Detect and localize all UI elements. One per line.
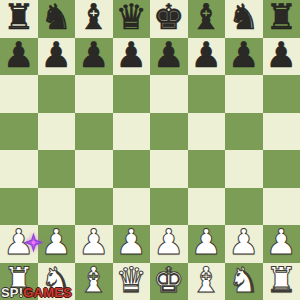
piece-white-rook[interactable]: ♜ bbox=[3, 263, 34, 298]
square-c6[interactable] bbox=[75, 75, 113, 113]
piece-black-pawn[interactable]: ♟ bbox=[78, 38, 109, 73]
piece-white-bishop[interactable]: ♝ bbox=[191, 263, 222, 298]
piece-white-pawn[interactable]: ♟ bbox=[78, 225, 109, 260]
square-a8[interactable]: ♜ bbox=[0, 0, 38, 38]
square-b6[interactable] bbox=[38, 75, 76, 113]
square-c8[interactable]: ♝ bbox=[75, 0, 113, 38]
piece-black-bishop[interactable]: ♝ bbox=[191, 0, 222, 35]
piece-black-pawn[interactable]: ♟ bbox=[3, 38, 34, 73]
piece-black-rook[interactable]: ♜ bbox=[266, 0, 297, 35]
square-b4[interactable] bbox=[38, 150, 76, 188]
square-e1[interactable]: ♚ bbox=[150, 263, 188, 300]
square-g4[interactable] bbox=[225, 150, 263, 188]
square-d7[interactable]: ♟ bbox=[113, 38, 151, 76]
square-a5[interactable] bbox=[0, 113, 38, 151]
piece-white-pawn[interactable]: ♟ bbox=[3, 225, 34, 260]
square-a2[interactable]: ♟ bbox=[0, 225, 38, 263]
chess-board-wrapper: ♜♞♝♛♚♝♞♜♟♟♟♟♟♟♟♟♟♟♟♟♟♟♟♟♜♞♝♛♚♝♞♜ SP!GAME… bbox=[0, 0, 300, 300]
square-h7[interactable]: ♟ bbox=[263, 38, 301, 76]
piece-white-pawn[interactable]: ♟ bbox=[266, 225, 297, 260]
square-b7[interactable]: ♟ bbox=[38, 38, 76, 76]
square-f2[interactable]: ♟ bbox=[188, 225, 226, 263]
square-f5[interactable] bbox=[188, 113, 226, 151]
piece-white-pawn[interactable]: ♟ bbox=[153, 225, 184, 260]
square-g3[interactable] bbox=[225, 188, 263, 226]
square-b8[interactable]: ♞ bbox=[38, 0, 76, 38]
piece-black-knight[interactable]: ♞ bbox=[41, 0, 72, 35]
piece-white-rook[interactable]: ♜ bbox=[266, 263, 297, 298]
piece-white-bishop[interactable]: ♝ bbox=[78, 263, 109, 298]
square-c2[interactable]: ♟ bbox=[75, 225, 113, 263]
chess-board: ♜♞♝♛♚♝♞♜♟♟♟♟♟♟♟♟♟♟♟♟♟♟♟♟♜♞♝♛♚♝♞♜ bbox=[0, 0, 300, 300]
square-c7[interactable]: ♟ bbox=[75, 38, 113, 76]
piece-black-queen[interactable]: ♛ bbox=[116, 0, 147, 35]
square-d5[interactable] bbox=[113, 113, 151, 151]
square-f3[interactable] bbox=[188, 188, 226, 226]
square-c5[interactable] bbox=[75, 113, 113, 151]
square-e8[interactable]: ♚ bbox=[150, 0, 188, 38]
square-f1[interactable]: ♝ bbox=[188, 263, 226, 300]
square-g5[interactable] bbox=[225, 113, 263, 151]
square-a6[interactable] bbox=[0, 75, 38, 113]
piece-black-pawn[interactable]: ♟ bbox=[116, 38, 147, 73]
piece-black-knight[interactable]: ♞ bbox=[228, 0, 259, 35]
square-h5[interactable] bbox=[263, 113, 301, 151]
square-e7[interactable]: ♟ bbox=[150, 38, 188, 76]
square-g6[interactable] bbox=[225, 75, 263, 113]
square-d6[interactable] bbox=[113, 75, 151, 113]
square-b1[interactable]: ♞ bbox=[38, 263, 76, 300]
square-d3[interactable] bbox=[113, 188, 151, 226]
square-h1[interactable]: ♜ bbox=[263, 263, 301, 300]
piece-white-pawn[interactable]: ♟ bbox=[191, 225, 222, 260]
square-c4[interactable] bbox=[75, 150, 113, 188]
piece-black-pawn[interactable]: ♟ bbox=[41, 38, 72, 73]
square-h3[interactable] bbox=[263, 188, 301, 226]
square-e5[interactable] bbox=[150, 113, 188, 151]
square-e4[interactable] bbox=[150, 150, 188, 188]
square-b3[interactable] bbox=[38, 188, 76, 226]
piece-white-pawn[interactable]: ♟ bbox=[116, 225, 147, 260]
square-h4[interactable] bbox=[263, 150, 301, 188]
piece-black-pawn[interactable]: ♟ bbox=[228, 38, 259, 73]
square-d2[interactable]: ♟ bbox=[113, 225, 151, 263]
square-e2[interactable]: ♟ bbox=[150, 225, 188, 263]
square-c1[interactable]: ♝ bbox=[75, 263, 113, 300]
piece-black-pawn[interactable]: ♟ bbox=[153, 38, 184, 73]
square-e3[interactable] bbox=[150, 188, 188, 226]
square-g7[interactable]: ♟ bbox=[225, 38, 263, 76]
piece-black-bishop[interactable]: ♝ bbox=[78, 0, 109, 35]
square-f6[interactable] bbox=[188, 75, 226, 113]
piece-black-rook[interactable]: ♜ bbox=[3, 0, 34, 35]
square-g2[interactable]: ♟ bbox=[225, 225, 263, 263]
square-g8[interactable]: ♞ bbox=[225, 0, 263, 38]
square-a4[interactable] bbox=[0, 150, 38, 188]
piece-white-queen[interactable]: ♛ bbox=[116, 263, 147, 298]
square-a1[interactable]: ♜ bbox=[0, 263, 38, 300]
square-b2[interactable]: ♟ bbox=[38, 225, 76, 263]
square-g1[interactable]: ♞ bbox=[225, 263, 263, 300]
piece-black-pawn[interactable]: ♟ bbox=[266, 38, 297, 73]
square-f7[interactable]: ♟ bbox=[188, 38, 226, 76]
square-e6[interactable] bbox=[150, 75, 188, 113]
square-h6[interactable] bbox=[263, 75, 301, 113]
square-d4[interactable] bbox=[113, 150, 151, 188]
square-a7[interactable]: ♟ bbox=[0, 38, 38, 76]
square-h8[interactable]: ♜ bbox=[263, 0, 301, 38]
piece-white-pawn[interactable]: ♟ bbox=[228, 225, 259, 260]
piece-white-knight[interactable]: ♞ bbox=[228, 263, 259, 298]
piece-white-king[interactable]: ♚ bbox=[153, 263, 184, 298]
piece-black-pawn[interactable]: ♟ bbox=[191, 38, 222, 73]
square-d8[interactable]: ♛ bbox=[113, 0, 151, 38]
piece-black-king[interactable]: ♚ bbox=[153, 0, 184, 35]
square-d1[interactable]: ♛ bbox=[113, 263, 151, 300]
square-h2[interactable]: ♟ bbox=[263, 225, 301, 263]
square-f4[interactable] bbox=[188, 150, 226, 188]
piece-white-knight[interactable]: ♞ bbox=[41, 263, 72, 298]
square-c3[interactable] bbox=[75, 188, 113, 226]
square-f8[interactable]: ♝ bbox=[188, 0, 226, 38]
square-a3[interactable] bbox=[0, 188, 38, 226]
square-b5[interactable] bbox=[38, 113, 76, 151]
piece-white-pawn[interactable]: ♟ bbox=[41, 225, 72, 260]
